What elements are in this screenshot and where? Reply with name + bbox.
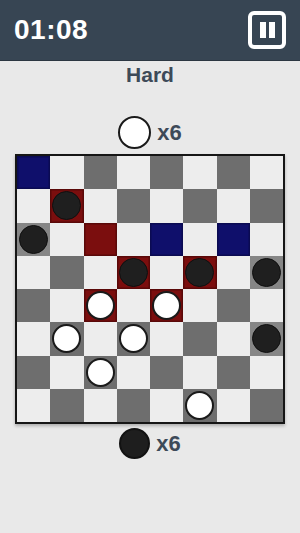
- board-square[interactable]: [183, 322, 216, 355]
- board-square[interactable]: [17, 189, 50, 222]
- white-count-label: x6: [157, 120, 181, 146]
- board-square[interactable]: [217, 356, 250, 389]
- board-square[interactable]: [217, 389, 250, 422]
- black-piece[interactable]: [252, 324, 281, 353]
- board-square[interactable]: [217, 256, 250, 289]
- board-square[interactable]: [84, 156, 117, 189]
- board-square[interactable]: [150, 289, 183, 322]
- board-square[interactable]: [217, 189, 250, 222]
- white-piece[interactable]: [86, 291, 115, 320]
- board-square[interactable]: [183, 256, 216, 289]
- board-square[interactable]: [183, 289, 216, 322]
- board-square[interactable]: [117, 189, 150, 222]
- board-square[interactable]: [50, 156, 83, 189]
- header-bar: 01:08: [0, 0, 300, 61]
- difficulty-label: Hard: [0, 63, 300, 87]
- pause-icon: [260, 22, 266, 38]
- black-piece[interactable]: [52, 191, 81, 220]
- board-square[interactable]: [250, 256, 283, 289]
- board-square[interactable]: [17, 256, 50, 289]
- board-square[interactable]: [183, 156, 216, 189]
- board-square[interactable]: [50, 223, 83, 256]
- board-square[interactable]: [217, 156, 250, 189]
- board-square[interactable]: [250, 189, 283, 222]
- board-square[interactable]: [17, 223, 50, 256]
- white-piece[interactable]: [119, 324, 148, 353]
- board-square[interactable]: [217, 223, 250, 256]
- board-square[interactable]: [150, 156, 183, 189]
- board-square[interactable]: [17, 389, 50, 422]
- game-timer: 01:08: [14, 14, 88, 46]
- board-square[interactable]: [50, 289, 83, 322]
- board-square[interactable]: [50, 256, 83, 289]
- board-square[interactable]: [117, 256, 150, 289]
- white-piece[interactable]: [152, 291, 181, 320]
- board-square[interactable]: [150, 223, 183, 256]
- board-square[interactable]: [84, 322, 117, 355]
- board-square[interactable]: [84, 256, 117, 289]
- board-square[interactable]: [17, 156, 50, 189]
- board-square[interactable]: [50, 356, 83, 389]
- board-square[interactable]: [50, 189, 83, 222]
- board-square[interactable]: [150, 189, 183, 222]
- board-square[interactable]: [183, 389, 216, 422]
- black-piece-counter: x6: [0, 428, 300, 459]
- board-square[interactable]: [84, 223, 117, 256]
- board-square[interactable]: [50, 389, 83, 422]
- black-piece[interactable]: [119, 258, 148, 287]
- board-square[interactable]: [117, 289, 150, 322]
- board-square[interactable]: [250, 356, 283, 389]
- board-square[interactable]: [183, 356, 216, 389]
- black-piece-icon: [119, 428, 150, 459]
- board-square[interactable]: [150, 389, 183, 422]
- board-square[interactable]: [117, 156, 150, 189]
- white-piece-counter: x6: [0, 116, 300, 149]
- white-piece[interactable]: [185, 391, 214, 420]
- board-square[interactable]: [183, 189, 216, 222]
- board-square[interactable]: [50, 322, 83, 355]
- board-square[interactable]: [150, 356, 183, 389]
- board-square[interactable]: [150, 322, 183, 355]
- board-square[interactable]: [84, 289, 117, 322]
- black-piece[interactable]: [252, 258, 281, 287]
- app-screen: 01:08 Hard x6 x6: [0, 0, 300, 533]
- board-square[interactable]: [250, 289, 283, 322]
- board-square[interactable]: [117, 223, 150, 256]
- board-square[interactable]: [217, 289, 250, 322]
- black-piece[interactable]: [185, 258, 214, 287]
- board-square[interactable]: [117, 389, 150, 422]
- pause-icon: [269, 22, 275, 38]
- board-square[interactable]: [250, 322, 283, 355]
- board-square[interactable]: [183, 223, 216, 256]
- board-square[interactable]: [84, 356, 117, 389]
- white-piece[interactable]: [52, 324, 81, 353]
- board-square[interactable]: [250, 223, 283, 256]
- black-piece[interactable]: [19, 225, 48, 254]
- black-count-label: x6: [156, 431, 180, 457]
- white-piece[interactable]: [86, 358, 115, 387]
- white-piece-icon: [118, 116, 151, 149]
- board-square[interactable]: [217, 322, 250, 355]
- board-square[interactable]: [17, 322, 50, 355]
- board-square[interactable]: [250, 389, 283, 422]
- board: [15, 154, 285, 424]
- board-square[interactable]: [17, 289, 50, 322]
- pause-button[interactable]: [248, 11, 286, 49]
- board-square[interactable]: [17, 356, 50, 389]
- board-square[interactable]: [84, 389, 117, 422]
- board-square[interactable]: [84, 189, 117, 222]
- board-square[interactable]: [117, 356, 150, 389]
- board-square[interactable]: [150, 256, 183, 289]
- board-square[interactable]: [250, 156, 283, 189]
- board-square[interactable]: [117, 322, 150, 355]
